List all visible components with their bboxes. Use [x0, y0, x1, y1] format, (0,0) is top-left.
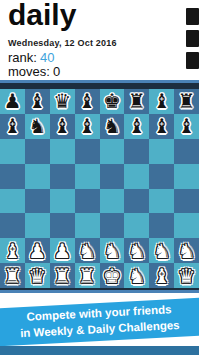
square-c3[interactable] [50, 213, 75, 238]
square-f4[interactable] [124, 189, 149, 214]
piece-black-knight: ♞ [100, 114, 125, 139]
square-e7[interactable]: ♞ [100, 114, 125, 139]
piece-white-pawn: ♟ [25, 238, 50, 263]
square-f3[interactable] [124, 213, 149, 238]
piece-black-knight: ♞ [25, 114, 50, 139]
square-d8[interactable]: ♝ [75, 89, 100, 114]
square-d5[interactable] [75, 164, 100, 189]
square-g6[interactable] [149, 139, 174, 164]
piece-black-bishop: ♝ [75, 114, 100, 139]
square-f5[interactable] [124, 164, 149, 189]
square-d7[interactable]: ♝ [75, 114, 100, 139]
moves-value: 0 [53, 64, 60, 79]
square-b6[interactable] [25, 139, 50, 164]
square-a3[interactable] [0, 213, 25, 238]
board-zone: ♟♝♛♝♚♜♝♜♝♞♝♝♞♝♝♝♝♟♟♞♞♞♞♞♜♛♜♜♚♞♝♛ [0, 80, 199, 293]
square-c5[interactable] [50, 164, 75, 189]
square-e4[interactable] [100, 189, 125, 214]
piece-white-rook: ♜ [75, 263, 100, 288]
square-b1[interactable]: ♛ [25, 263, 50, 288]
piece-white-knight: ♞ [75, 238, 100, 263]
square-e2[interactable]: ♞ [100, 238, 125, 263]
piece-black-rook: ♜ [174, 89, 199, 114]
square-h6[interactable] [174, 139, 199, 164]
moves-label: moves: [8, 64, 50, 79]
square-c2[interactable]: ♟ [50, 238, 75, 263]
board-bottom-accent-line [0, 290, 199, 293]
square-d4[interactable] [75, 189, 100, 214]
piece-black-bishop: ♝ [174, 114, 199, 139]
square-c4[interactable] [50, 189, 75, 214]
piece-white-queen: ♛ [174, 263, 199, 288]
hamburger-menu-icon[interactable] [185, 8, 199, 74]
really-bad-chess-daily-screen: daily Wednesday, 12 Oct 2016 rank:40 mov… [0, 0, 199, 355]
square-h5[interactable] [174, 164, 199, 189]
square-g3[interactable] [149, 213, 174, 238]
square-g2[interactable]: ♞ [149, 238, 174, 263]
square-g7[interactable]: ♝ [149, 114, 174, 139]
square-g5[interactable] [149, 164, 174, 189]
square-b7[interactable]: ♞ [25, 114, 50, 139]
piece-white-knight: ♞ [149, 238, 174, 263]
square-h3[interactable] [174, 213, 199, 238]
square-h7[interactable]: ♝ [174, 114, 199, 139]
piece-white-pawn: ♟ [50, 238, 75, 263]
square-e8[interactable]: ♚ [100, 89, 125, 114]
piece-black-bishop: ♝ [50, 114, 75, 139]
piece-black-bishop: ♝ [124, 114, 149, 139]
piece-white-rook: ♜ [0, 263, 25, 288]
moves-line: moves:0 [8, 64, 60, 79]
square-b5[interactable] [25, 164, 50, 189]
piece-white-knight: ♞ [124, 263, 149, 288]
rank-label: rank: [8, 50, 37, 65]
square-h1[interactable]: ♛ [174, 263, 199, 288]
piece-black-bishop: ♝ [25, 89, 50, 114]
square-d6[interactable] [75, 139, 100, 164]
piece-white-knight: ♞ [124, 238, 149, 263]
square-h2[interactable]: ♞ [174, 238, 199, 263]
square-h4[interactable] [174, 189, 199, 214]
square-b4[interactable] [25, 189, 50, 214]
square-f1[interactable]: ♞ [124, 263, 149, 288]
chess-board: ♟♝♛♝♚♜♝♜♝♞♝♝♞♝♝♝♝♟♟♞♞♞♞♞♜♛♜♜♚♞♝♛ [0, 89, 199, 288]
piece-white-bishop: ♝ [0, 238, 25, 263]
square-f6[interactable] [124, 139, 149, 164]
square-d1[interactable]: ♜ [75, 263, 100, 288]
square-a7[interactable]: ♝ [0, 114, 25, 139]
square-e1[interactable]: ♚ [100, 263, 125, 288]
square-a8[interactable]: ♟ [0, 89, 25, 114]
square-b3[interactable] [25, 213, 50, 238]
piece-black-bishop: ♝ [75, 89, 100, 114]
piece-black-queen: ♛ [50, 89, 75, 114]
square-e6[interactable] [100, 139, 125, 164]
square-d2[interactable]: ♞ [75, 238, 100, 263]
square-g8[interactable]: ♝ [149, 89, 174, 114]
square-g1[interactable]: ♝ [149, 263, 174, 288]
date-label: Wednesday, 12 Oct 2016 [8, 38, 117, 48]
square-g4[interactable] [149, 189, 174, 214]
header: daily Wednesday, 12 Oct 2016 rank:40 mov… [0, 0, 199, 80]
piece-black-king: ♚ [100, 89, 125, 114]
piece-white-rook: ♜ [50, 263, 75, 288]
square-f7[interactable]: ♝ [124, 114, 149, 139]
piece-black-bishop: ♝ [0, 114, 25, 139]
square-a5[interactable] [0, 164, 25, 189]
page-title: daily [8, 0, 76, 32]
square-a6[interactable] [0, 139, 25, 164]
piece-white-king: ♚ [100, 263, 125, 288]
menu-bar-2 [186, 30, 199, 47]
piece-white-knight: ♞ [100, 238, 125, 263]
menu-bar-3 [186, 52, 199, 69]
piece-white-bishop: ♝ [149, 263, 174, 288]
piece-black-rook: ♜ [124, 89, 149, 114]
square-e5[interactable] [100, 164, 125, 189]
square-d3[interactable] [75, 213, 100, 238]
square-c1[interactable]: ♜ [50, 263, 75, 288]
menu-bar-1 [186, 8, 199, 25]
square-b8[interactable]: ♝ [25, 89, 50, 114]
rank-value: 40 [40, 50, 54, 65]
bottom-bar [0, 346, 199, 355]
square-e3[interactable] [100, 213, 125, 238]
square-f2[interactable]: ♞ [124, 238, 149, 263]
piece-black-bishop: ♝ [149, 89, 174, 114]
promo-banner[interactable]: Compete with your friends in Weekly & Da… [0, 298, 199, 347]
square-a4[interactable] [0, 189, 25, 214]
square-h8[interactable]: ♜ [174, 89, 199, 114]
piece-white-knight: ♞ [174, 238, 199, 263]
square-c6[interactable] [50, 139, 75, 164]
rank-line: rank:40 [8, 50, 54, 65]
square-b2[interactable]: ♟ [25, 238, 50, 263]
square-a2[interactable]: ♝ [0, 238, 25, 263]
piece-black-pawn: ♟ [0, 89, 25, 114]
square-f8[interactable]: ♜ [124, 89, 149, 114]
piece-white-queen: ♛ [25, 263, 50, 288]
square-a1[interactable]: ♜ [0, 263, 25, 288]
piece-black-bishop: ♝ [149, 114, 174, 139]
square-c7[interactable]: ♝ [50, 114, 75, 139]
square-c8[interactable]: ♛ [50, 89, 75, 114]
